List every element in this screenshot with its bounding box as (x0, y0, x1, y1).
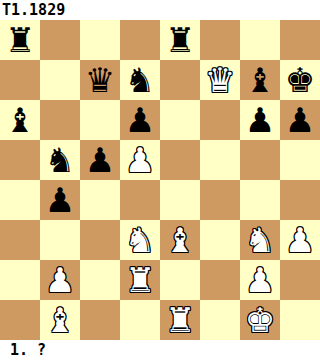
piece-white-king: ♚ (245, 300, 275, 340)
square-h1[interactable] (280, 300, 320, 340)
piece-black-bishop: ♝ (5, 100, 35, 140)
piece-white-bishop: ♝ (165, 220, 195, 260)
square-c5[interactable]: ♟ (80, 140, 120, 180)
square-g1[interactable]: ♚ (240, 300, 280, 340)
square-e6[interactable] (160, 100, 200, 140)
square-a4[interactable] (0, 180, 40, 220)
piece-white-rook: ♜ (165, 300, 195, 340)
square-e5[interactable] (160, 140, 200, 180)
square-a8[interactable]: ♜ (0, 20, 40, 60)
square-g6[interactable]: ♟ (240, 100, 280, 140)
piece-black-pawn: ♟ (285, 100, 315, 140)
piece-white-pawn: ♟ (285, 220, 315, 260)
square-f1[interactable] (200, 300, 240, 340)
square-d8[interactable] (120, 20, 160, 60)
piece-white-queen: ♛ (205, 60, 235, 100)
move-prompt: 1. ? (0, 340, 320, 360)
square-f2[interactable] (200, 260, 240, 300)
piece-black-pawn: ♟ (245, 100, 275, 140)
square-b6[interactable] (40, 100, 80, 140)
square-d3[interactable]: ♞ (120, 220, 160, 260)
square-h8[interactable] (280, 20, 320, 60)
square-g3[interactable]: ♞ (240, 220, 280, 260)
square-c4[interactable] (80, 180, 120, 220)
square-e7[interactable] (160, 60, 200, 100)
square-d2[interactable]: ♜ (120, 260, 160, 300)
square-a2[interactable] (0, 260, 40, 300)
square-d1[interactable] (120, 300, 160, 340)
square-c6[interactable] (80, 100, 120, 140)
square-e8[interactable]: ♜ (160, 20, 200, 60)
square-h5[interactable] (280, 140, 320, 180)
square-h3[interactable]: ♟ (280, 220, 320, 260)
square-e3[interactable]: ♝ (160, 220, 200, 260)
square-a1[interactable] (0, 300, 40, 340)
square-f5[interactable] (200, 140, 240, 180)
square-g2[interactable]: ♟ (240, 260, 280, 300)
square-g8[interactable] (240, 20, 280, 60)
piece-white-knight: ♞ (245, 220, 275, 260)
square-c3[interactable] (80, 220, 120, 260)
piece-black-pawn: ♟ (85, 140, 115, 180)
piece-black-pawn: ♟ (45, 180, 75, 220)
square-b3[interactable] (40, 220, 80, 260)
piece-black-rook: ♜ (165, 20, 195, 60)
square-b4[interactable]: ♟ (40, 180, 80, 220)
square-a3[interactable] (0, 220, 40, 260)
square-c1[interactable] (80, 300, 120, 340)
square-a7[interactable] (0, 60, 40, 100)
piece-white-knight: ♞ (125, 220, 155, 260)
square-c8[interactable] (80, 20, 120, 60)
square-g5[interactable] (240, 140, 280, 180)
square-a5[interactable] (0, 140, 40, 180)
piece-black-rook: ♜ (5, 20, 35, 60)
piece-white-pawn: ♟ (45, 260, 75, 300)
piece-white-pawn: ♟ (125, 140, 155, 180)
square-h4[interactable] (280, 180, 320, 220)
piece-white-pawn: ♟ (245, 260, 275, 300)
square-g4[interactable] (240, 180, 280, 220)
square-h2[interactable] (280, 260, 320, 300)
square-g7[interactable]: ♝ (240, 60, 280, 100)
square-e1[interactable]: ♜ (160, 300, 200, 340)
square-h7[interactable]: ♚ (280, 60, 320, 100)
square-a6[interactable]: ♝ (0, 100, 40, 140)
square-b1[interactable]: ♝ (40, 300, 80, 340)
square-b5[interactable]: ♞ (40, 140, 80, 180)
piece-white-rook: ♜ (125, 260, 155, 300)
square-b2[interactable]: ♟ (40, 260, 80, 300)
chess-board: ♜♜♛♞♛♝♚♝♟♟♟♞♟♟♟♞♝♞♟♟♜♟♝♜♚ (0, 20, 320, 340)
square-b7[interactable] (40, 60, 80, 100)
puzzle-title: T1.1829 (0, 0, 320, 20)
piece-black-knight: ♞ (45, 140, 75, 180)
square-e4[interactable] (160, 180, 200, 220)
square-f8[interactable] (200, 20, 240, 60)
piece-black-king: ♚ (285, 60, 315, 100)
square-c2[interactable] (80, 260, 120, 300)
square-f6[interactable] (200, 100, 240, 140)
square-d6[interactable]: ♟ (120, 100, 160, 140)
piece-black-queen: ♛ (85, 60, 115, 100)
square-e2[interactable] (160, 260, 200, 300)
square-d7[interactable]: ♞ (120, 60, 160, 100)
piece-black-knight: ♞ (125, 60, 155, 100)
square-d5[interactable]: ♟ (120, 140, 160, 180)
square-f7[interactable]: ♛ (200, 60, 240, 100)
square-c7[interactable]: ♛ (80, 60, 120, 100)
square-f4[interactable] (200, 180, 240, 220)
piece-white-bishop: ♝ (45, 300, 75, 340)
piece-black-pawn: ♟ (125, 100, 155, 140)
square-h6[interactable]: ♟ (280, 100, 320, 140)
square-d4[interactable] (120, 180, 160, 220)
piece-black-bishop: ♝ (245, 60, 275, 100)
square-b8[interactable] (40, 20, 80, 60)
puzzle-page: T1.1829 ♜♜♛♞♛♝♚♝♟♟♟♞♟♟♟♞♝♞♟♟♜♟♝♜♚ 1. ? (0, 0, 320, 360)
square-f3[interactable] (200, 220, 240, 260)
